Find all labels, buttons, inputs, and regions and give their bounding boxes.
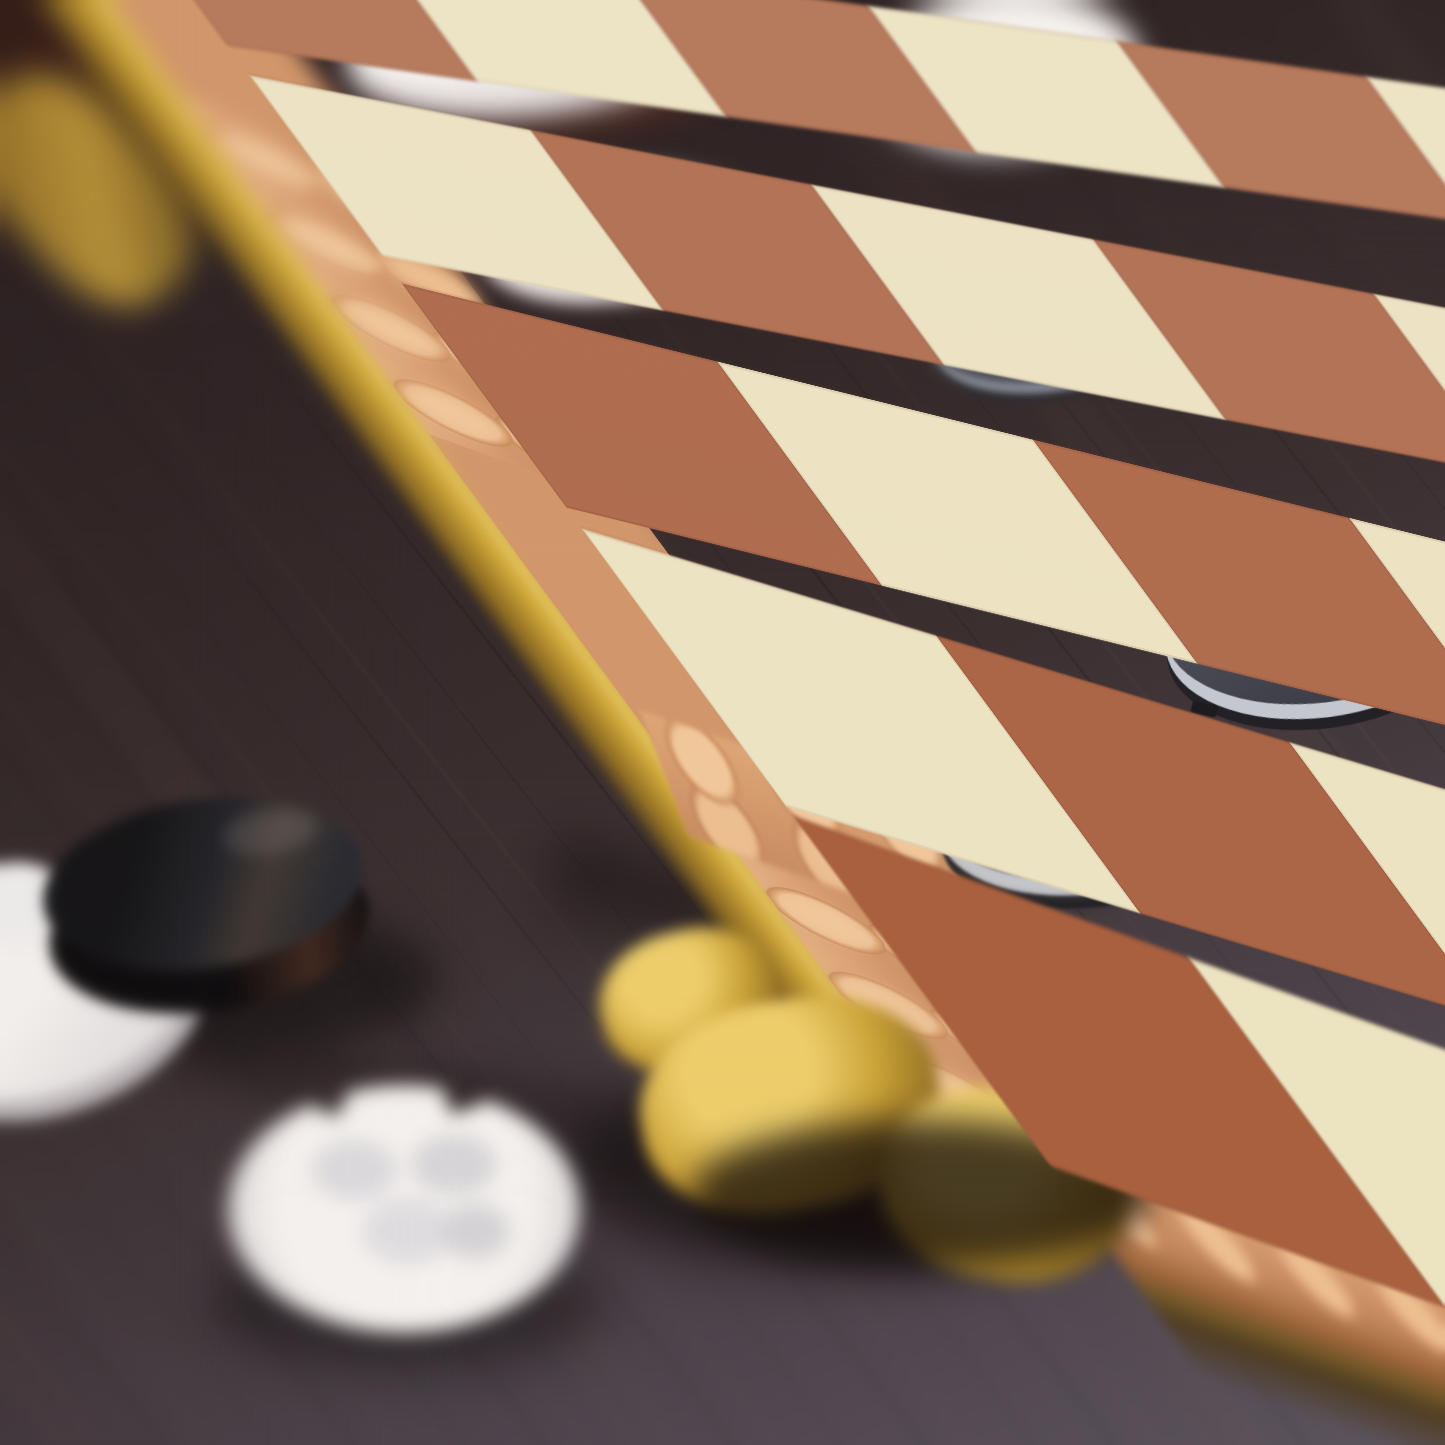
offboard-white-flipped <box>228 1085 580 1333</box>
photo-scene <box>0 0 1445 1445</box>
